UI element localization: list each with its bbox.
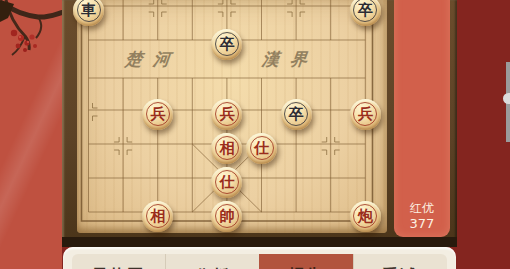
- piece-cannon-red[interactable]: 炮: [350, 201, 381, 232]
- piece-glyph: 兵: [211, 99, 242, 130]
- piece-soldier-black[interactable]: 卒: [211, 29, 242, 60]
- plum-branch-decoration: [0, 0, 64, 62]
- right-background: [457, 0, 510, 269]
- piece-soldier-red[interactable]: 兵: [142, 99, 173, 130]
- piece-soldier-red[interactable]: 兵: [211, 99, 242, 130]
- adjacent-ui-glyph: [503, 93, 510, 104]
- evaluation-score: 377: [410, 216, 435, 231]
- piece-glyph: 兵: [142, 99, 173, 130]
- piece-glyph: 兵: [350, 99, 381, 130]
- piece-soldier-black[interactable]: 卒: [281, 99, 312, 130]
- button-situation-map[interactable]: 局势图: [72, 254, 165, 269]
- river-label-left: 楚河: [124, 48, 182, 71]
- piece-general-red[interactable]: 帥: [211, 201, 242, 232]
- button-report[interactable]: 报告: [259, 254, 353, 269]
- piece-soldier-black[interactable]: 卒: [350, 0, 381, 26]
- piece-soldier-red[interactable]: 兵: [350, 99, 381, 130]
- piece-elephant-red[interactable]: 相: [142, 201, 173, 232]
- piece-glyph: 帥: [211, 201, 242, 232]
- piece-glyph: 仕: [211, 167, 242, 198]
- piece-elephant-red[interactable]: 相: [211, 133, 242, 164]
- piece-advisor-red[interactable]: 仕: [211, 167, 242, 198]
- piece-glyph: 相: [142, 201, 173, 232]
- button-analysis[interactable]: 分析: [165, 254, 259, 269]
- xiangqi-board[interactable]: 楚河 漢界 車卒卒兵兵卒兵相仕仕相帥炮: [77, 0, 387, 233]
- evaluation-label: 红优: [410, 201, 434, 216]
- piece-glyph: 卒: [350, 0, 381, 26]
- toolbar-segmented-control: 局势图 分析 报告 重试: [72, 254, 447, 269]
- piece-glyph: 炮: [350, 201, 381, 232]
- piece-advisor-red[interactable]: 仕: [246, 133, 277, 164]
- button-retry[interactable]: 重试: [353, 254, 447, 269]
- game-screen: 楚河 漢界 車卒卒兵兵卒兵相仕仕相帥炮 红优 377 局势图 分析 报告 重试: [0, 0, 510, 269]
- piece-glyph: 車: [73, 0, 104, 26]
- piece-glyph: 卒: [281, 99, 312, 130]
- piece-glyph: 仕: [246, 133, 277, 164]
- piece-glyph: 卒: [211, 29, 242, 60]
- piece-glyph: 相: [211, 133, 242, 164]
- bottom-toolbar: 局势图 分析 报告 重试: [63, 247, 456, 269]
- evaluation-panel: 红优 377: [394, 0, 450, 237]
- board-frame-shadow: [62, 237, 457, 247]
- piece-chariot-black[interactable]: 車: [73, 0, 104, 26]
- river-label-right: 漢界: [261, 48, 319, 71]
